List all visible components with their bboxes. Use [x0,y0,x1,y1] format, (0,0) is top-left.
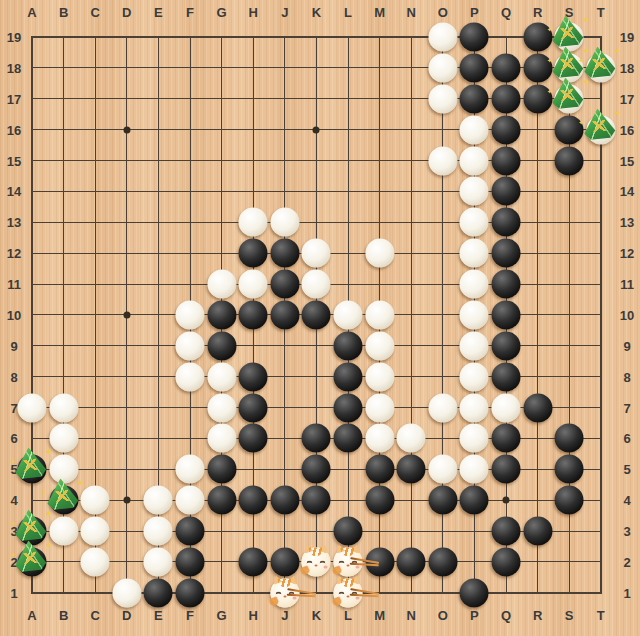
white-stone [207,424,236,453]
sparkle-icon: ✦ [614,108,622,117]
column-label-top: K [312,5,321,20]
white-stone [302,239,331,268]
column-label-top: D [122,5,131,20]
white-stone [176,362,205,391]
row-label-left: 18 [7,60,21,75]
zongzi-dumpling-icon [581,106,617,140]
column-label-top: R [533,5,542,20]
white-stone [428,146,457,175]
black-stone [555,455,584,484]
row-label-right: 12 [620,246,634,261]
row-label-right: 2 [623,554,630,569]
column-label-top: G [217,5,227,20]
black-stone [555,486,584,515]
white-stone [460,455,489,484]
black-stone [334,424,363,453]
black-stone [239,486,268,515]
row-label-right: 9 [623,338,630,353]
row-label-left: 8 [10,369,17,384]
black-stone [239,239,268,268]
black-stone [270,270,299,299]
sparkle-icon: ✦ [578,118,584,125]
black-stone [334,331,363,360]
column-label-top: F [186,5,194,20]
column-label-bottom: G [217,608,227,623]
column-label-bottom: T [597,608,605,623]
white-stone [270,208,299,237]
black-stone [460,486,489,515]
sparkle-icon: ✦ [614,46,622,55]
sparkle-icon: ✦ [547,26,553,33]
white-stone [492,393,521,422]
black-stone [239,393,268,422]
column-label-bottom: M [374,608,385,623]
row-label-right: 10 [620,307,634,322]
white-stone [460,300,489,329]
black-stone [555,146,584,175]
black-stone [492,239,521,268]
black-stone [302,424,331,453]
sparkle-icon: ✦ [45,540,53,549]
sparkle-icon: ✦ [582,16,590,25]
star-point [123,497,130,504]
black-stone-zongzi-skin: ✦✦ [18,547,47,576]
white-stone [460,362,489,391]
column-label-bottom: Q [501,608,511,623]
grid-line-vertical [537,36,538,594]
column-label-top: C [90,5,99,20]
white-stone [365,393,394,422]
black-stone [460,84,489,113]
black-stone [492,547,521,576]
white-stone [144,517,173,546]
column-label-top: Q [501,5,511,20]
row-label-right: 17 [620,91,634,106]
column-label-top: L [344,5,352,20]
white-stone [365,331,394,360]
black-stone [523,517,552,546]
black-stone [239,362,268,391]
row-label-right: 19 [620,30,634,45]
column-label-bottom: K [312,608,321,623]
column-label-bottom: O [438,608,448,623]
white-stone [176,331,205,360]
white-stone [144,486,173,515]
black-stone [176,547,205,576]
black-stone [176,517,205,546]
row-label-left: 19 [7,30,21,45]
white-stone [144,547,173,576]
row-label-right: 16 [620,122,634,137]
sparkle-icon: ✦ [547,87,553,94]
black-stone [239,547,268,576]
black-stone [334,517,363,546]
white-stone [112,578,141,607]
white-stone [334,300,363,329]
black-stone [270,239,299,268]
black-stone [428,486,457,515]
row-label-left: 10 [7,307,21,322]
white-stone [207,393,236,422]
white-stone-cat-skin [302,547,331,576]
white-stone [239,270,268,299]
white-stone [428,23,457,52]
row-label-left: 4 [10,493,17,508]
row-label-right: 6 [623,431,630,446]
white-stone [365,362,394,391]
column-label-top: A [27,5,36,20]
black-stone [270,300,299,329]
black-stone [492,424,521,453]
cat-stripes-icon [341,578,356,587]
row-label-right: 8 [623,369,630,384]
white-stone-zongzi-skin: ✦✦ [586,53,615,82]
white-stone-zongzi-skin: ✦✦ [555,23,584,52]
black-stone [302,486,331,515]
column-label-top: T [597,5,605,20]
white-stone [49,517,78,546]
row-label-left: 16 [7,122,21,137]
black-stone [492,455,521,484]
star-point [123,126,130,133]
black-stone [270,547,299,576]
white-stone [365,424,394,453]
white-stone [18,393,47,422]
black-stone [492,208,521,237]
sparkle-icon: ✦ [547,56,553,63]
cat-patch-icon [333,566,342,574]
column-label-bottom: L [344,608,352,623]
sparkle-icon: ✦ [77,479,85,488]
black-stone [428,547,457,576]
row-label-left: 17 [7,91,21,106]
row-label-right: 15 [620,153,634,168]
cat-stripes-icon [277,578,292,587]
black-stone [492,84,521,113]
black-stone [334,393,363,422]
row-label-right: 1 [623,585,630,600]
row-label-left: 1 [10,585,17,600]
zongzi-dumpling-icon [549,76,585,110]
black-stone [492,115,521,144]
black-stone [523,393,552,422]
star-point [123,311,130,318]
black-stone [492,177,521,206]
cat-patch-icon [333,597,342,605]
row-label-left: 12 [7,246,21,261]
star-point [503,497,510,504]
column-label-bottom: P [470,608,479,623]
column-label-bottom: B [59,608,68,623]
row-label-left: 13 [7,215,21,230]
sparkle-icon: ✦ [10,550,16,557]
sparkle-icon: ✦ [582,46,590,55]
column-label-bottom: E [154,608,163,623]
column-label-top: H [248,5,257,20]
white-stone [460,331,489,360]
grid-line-vertical [411,36,412,594]
sparkle-icon: ✦ [10,458,16,465]
column-label-top: E [154,5,163,20]
row-label-right: 7 [623,400,630,415]
row-label-right: 3 [623,524,630,539]
column-label-bottom: H [248,608,257,623]
black-stone [239,424,268,453]
column-label-top: J [281,5,288,20]
column-label-bottom: R [533,608,542,623]
row-label-right: 13 [620,215,634,230]
black-stone-zongzi-skin: ✦✦ [18,455,47,484]
white-stone [460,424,489,453]
row-label-left: 11 [7,277,21,292]
column-label-top: O [438,5,448,20]
black-stone [492,517,521,546]
white-stone [460,270,489,299]
column-label-bottom: F [186,608,194,623]
white-stone [176,300,205,329]
white-stone [49,455,78,484]
row-label-right: 11 [620,277,634,292]
white-stone [460,393,489,422]
white-stone [239,208,268,237]
zongzi-dumpling-icon [549,14,585,48]
column-label-top: N [406,5,415,20]
column-label-bottom: S [565,608,574,623]
row-label-left: 15 [7,153,21,168]
white-stone [460,115,489,144]
column-label-bottom: N [406,608,415,623]
column-label-bottom: A [27,608,36,623]
cat-stripes-icon [309,547,324,556]
cat-patch-icon [301,566,310,574]
black-stone [492,362,521,391]
white-stone [428,455,457,484]
black-stone [302,300,331,329]
star-point [313,126,320,133]
black-stone [492,53,521,82]
black-stone [492,270,521,299]
black-stone-zongzi-skin: ✦✦ [18,517,47,546]
white-stone [428,393,457,422]
sparkle-icon: ✦ [578,56,584,63]
white-stone [49,424,78,453]
black-stone [555,424,584,453]
cat-blush-icon [324,565,328,568]
row-label-left: 6 [10,431,17,446]
sparkle-icon: ✦ [41,489,47,496]
black-stone [144,578,173,607]
white-stone [49,393,78,422]
black-stone [176,578,205,607]
black-stone [270,486,299,515]
white-stone [207,270,236,299]
black-stone [460,53,489,82]
zongzi-dumpling-icon [44,477,80,511]
black-stone [365,486,394,515]
black-stone [460,578,489,607]
white-stone [365,239,394,268]
row-label-right: 18 [620,60,634,75]
black-stone [460,23,489,52]
column-label-bottom: D [122,608,131,623]
row-label-left: 14 [7,184,21,199]
cat-face-icon [302,547,331,576]
row-label-right: 14 [620,184,634,199]
cat-patch-icon [269,597,278,605]
column-label-top: M [374,5,385,20]
column-label-bottom: J [281,608,288,623]
white-stone [176,486,205,515]
row-label-right: 4 [623,493,630,508]
white-stone-zongzi-skin: ✦✦ [586,115,615,144]
white-stone [428,84,457,113]
white-stone [207,362,236,391]
black-stone [239,300,268,329]
column-label-top: P [470,5,479,20]
white-stone [397,424,426,453]
white-stone [460,146,489,175]
row-label-right: 5 [623,462,630,477]
white-stone [365,300,394,329]
column-label-bottom: C [90,608,99,623]
go-board[interactable]: AABBCCDDEEFFGGHHJJKKLLMMNNOOPPQQRRSSTT19… [0,0,640,636]
black-stone [397,455,426,484]
black-stone [207,486,236,515]
sparkle-icon: ✦ [10,520,16,527]
black-stone [302,455,331,484]
white-stone [302,270,331,299]
white-stone [81,547,110,576]
white-stone [81,486,110,515]
column-label-top: B [59,5,68,20]
white-stone [460,208,489,237]
black-stone [365,455,394,484]
black-stone [397,547,426,576]
white-stone-zongzi-skin: ✦✦ [555,84,584,113]
black-stone [492,146,521,175]
white-stone [428,53,457,82]
sparkle-icon: ✦ [582,77,590,86]
black-stone [334,362,363,391]
row-label-left: 9 [10,338,17,353]
white-stone [176,455,205,484]
black-stone [207,455,236,484]
sparkle-icon: ✦ [45,510,53,519]
black-stone [207,300,236,329]
sparkle-icon: ✦ [45,448,53,457]
black-stone [207,331,236,360]
black-stone [492,300,521,329]
white-stone [460,239,489,268]
black-stone-zongzi-skin: ✦✦ [49,486,78,515]
black-stone [492,331,521,360]
cat-mouth-icon [315,564,318,566]
white-stone [81,517,110,546]
white-stone [460,177,489,206]
cat-stripes-icon [341,547,356,556]
